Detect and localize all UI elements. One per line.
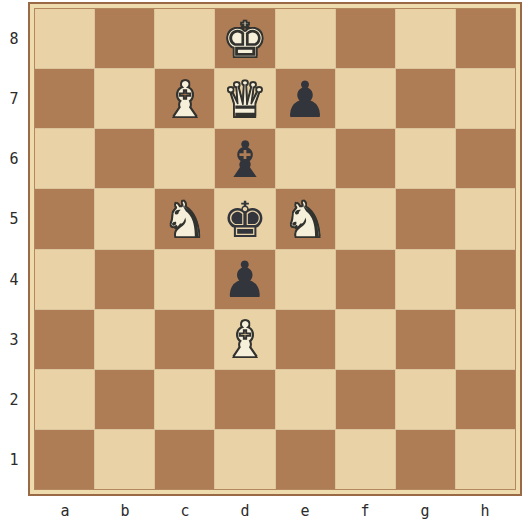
piece-black-bishop-d6[interactable]: ♝ xyxy=(223,135,268,185)
square-d4[interactable]: ♟ xyxy=(215,250,274,309)
square-e5[interactable]: ♞ xyxy=(276,189,335,248)
square-g8[interactable] xyxy=(396,9,455,68)
rank-label-2: 2 xyxy=(0,370,28,430)
square-c1[interactable] xyxy=(155,430,214,489)
square-e6[interactable] xyxy=(276,129,335,188)
square-b7[interactable] xyxy=(95,69,154,128)
piece-white-king-d8[interactable]: ♚ xyxy=(223,15,268,65)
square-a7[interactable] xyxy=(35,69,94,128)
piece-black-pawn-d4[interactable]: ♟ xyxy=(223,255,268,305)
square-g7[interactable] xyxy=(396,69,455,128)
file-label-g: g xyxy=(395,496,455,526)
rank-label-1: 1 xyxy=(0,430,28,490)
square-c2[interactable] xyxy=(155,370,214,429)
square-e2[interactable] xyxy=(276,370,335,429)
square-f8[interactable] xyxy=(336,9,395,68)
square-d6[interactable]: ♝ xyxy=(215,129,274,188)
square-h6[interactable] xyxy=(456,129,515,188)
square-g3[interactable] xyxy=(396,310,455,369)
board-frame: ♚♝♛♟♝♞♚♞♟♝ xyxy=(28,2,522,496)
square-e3[interactable] xyxy=(276,310,335,369)
square-a3[interactable] xyxy=(35,310,94,369)
piece-black-king-d5[interactable]: ♚ xyxy=(223,195,268,245)
file-label-h: h xyxy=(455,496,515,526)
rank-label-5: 5 xyxy=(0,189,28,249)
square-c6[interactable] xyxy=(155,129,214,188)
square-a5[interactable] xyxy=(35,189,94,248)
rank-label-8: 8 xyxy=(0,9,28,69)
square-e7[interactable]: ♟ xyxy=(276,69,335,128)
square-g2[interactable] xyxy=(396,370,455,429)
square-g4[interactable] xyxy=(396,250,455,309)
square-h4[interactable] xyxy=(456,250,515,309)
square-f6[interactable] xyxy=(336,129,395,188)
rank-label-3: 3 xyxy=(0,310,28,370)
square-g1[interactable] xyxy=(396,430,455,489)
square-a4[interactable] xyxy=(35,250,94,309)
rank-label-4: 4 xyxy=(0,250,28,310)
square-h3[interactable] xyxy=(456,310,515,369)
piece-white-knight-e5[interactable]: ♞ xyxy=(283,195,328,245)
square-h2[interactable] xyxy=(456,370,515,429)
square-f3[interactable] xyxy=(336,310,395,369)
square-c3[interactable] xyxy=(155,310,214,369)
square-g6[interactable] xyxy=(396,129,455,188)
square-c5[interactable]: ♞ xyxy=(155,189,214,248)
piece-white-queen-d7[interactable]: ♛ xyxy=(223,75,268,125)
square-d2[interactable] xyxy=(215,370,274,429)
square-d1[interactable] xyxy=(215,430,274,489)
square-b8[interactable] xyxy=(95,9,154,68)
chess-board: ♚♝♛♟♝♞♚♞♟♝ xyxy=(35,9,515,489)
square-b3[interactable] xyxy=(95,310,154,369)
square-b5[interactable] xyxy=(95,189,154,248)
board-inner-border: ♚♝♛♟♝♞♚♞♟♝ xyxy=(34,8,516,490)
square-b1[interactable] xyxy=(95,430,154,489)
file-label-c: c xyxy=(155,496,215,526)
square-f5[interactable] xyxy=(336,189,395,248)
square-a2[interactable] xyxy=(35,370,94,429)
square-c8[interactable] xyxy=(155,9,214,68)
piece-white-bishop-c7[interactable]: ♝ xyxy=(162,75,207,125)
piece-white-bishop-d3[interactable]: ♝ xyxy=(223,315,268,365)
square-a8[interactable] xyxy=(35,9,94,68)
square-a1[interactable] xyxy=(35,430,94,489)
square-h1[interactable] xyxy=(456,430,515,489)
square-c4[interactable] xyxy=(155,250,214,309)
square-e1[interactable] xyxy=(276,430,335,489)
square-b4[interactable] xyxy=(95,250,154,309)
square-f4[interactable] xyxy=(336,250,395,309)
square-d3[interactable]: ♝ xyxy=(215,310,274,369)
file-label-b: b xyxy=(95,496,155,526)
square-d5[interactable]: ♚ xyxy=(215,189,274,248)
file-label-a: a xyxy=(35,496,95,526)
square-f1[interactable] xyxy=(336,430,395,489)
rank-label-7: 7 xyxy=(0,69,28,129)
square-d8[interactable]: ♚ xyxy=(215,9,274,68)
square-f7[interactable] xyxy=(336,69,395,128)
square-a6[interactable] xyxy=(35,129,94,188)
piece-white-knight-c5[interactable]: ♞ xyxy=(162,195,207,245)
square-d7[interactable]: ♛ xyxy=(215,69,274,128)
file-label-f: f xyxy=(335,496,395,526)
square-b6[interactable] xyxy=(95,129,154,188)
square-h8[interactable] xyxy=(456,9,515,68)
file-labels: abcdefgh xyxy=(35,496,515,526)
file-label-d: d xyxy=(215,496,275,526)
square-g5[interactable] xyxy=(396,189,455,248)
piece-black-pawn-e7[interactable]: ♟ xyxy=(283,75,328,125)
rank-labels: 87654321 xyxy=(0,9,28,490)
square-h5[interactable] xyxy=(456,189,515,248)
square-f2[interactable] xyxy=(336,370,395,429)
file-label-e: e xyxy=(275,496,335,526)
square-e8[interactable] xyxy=(276,9,335,68)
square-b2[interactable] xyxy=(95,370,154,429)
chess-diagram: 87654321 ♚♝♛♟♝♞♚♞♟♝ abcdefgh xyxy=(0,0,522,528)
square-h7[interactable] xyxy=(456,69,515,128)
square-c7[interactable]: ♝ xyxy=(155,69,214,128)
rank-label-6: 6 xyxy=(0,129,28,189)
square-e4[interactable] xyxy=(276,250,335,309)
